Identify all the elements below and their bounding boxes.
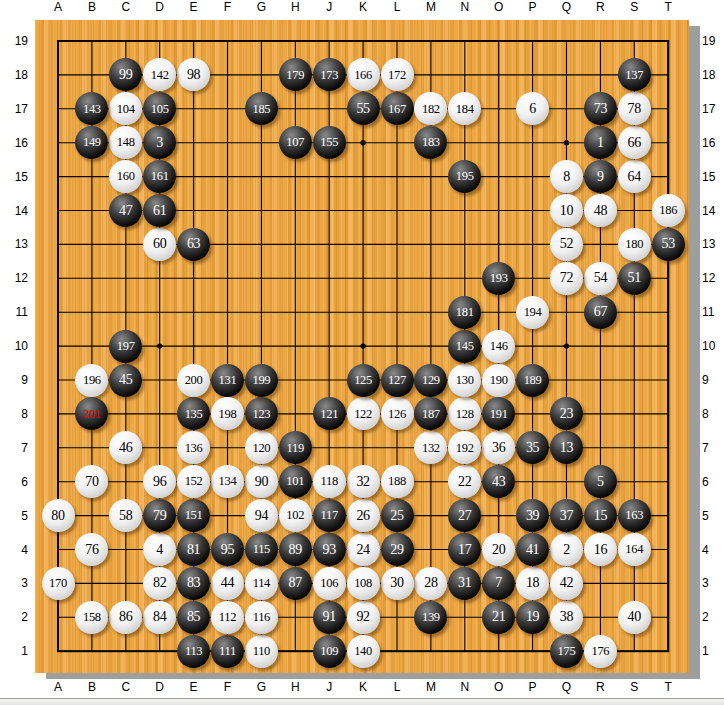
stone-J8: 121	[313, 397, 346, 430]
stone-P2: 19	[516, 601, 549, 634]
stone-number: 73	[594, 102, 607, 116]
coord-col-bottom-M: M	[420, 681, 442, 694]
coord-col-top-C: C	[115, 1, 137, 14]
stone-number: 51	[628, 271, 641, 285]
stone-E1: 113	[177, 635, 210, 668]
stone-number: 85	[187, 610, 200, 624]
coord-col-bottom-C: C	[115, 681, 137, 694]
stone-number: 197	[117, 340, 135, 353]
stone-number: 187	[422, 408, 440, 421]
stone-number: 129	[422, 374, 440, 387]
stone-number: 84	[153, 610, 166, 624]
stone-J6: 118	[313, 465, 346, 498]
stone-E3: 83	[177, 567, 210, 600]
stone-number: 92	[356, 610, 369, 624]
stone-number: 30	[390, 576, 403, 590]
stone-number: 3	[156, 136, 163, 150]
stone-number: 17	[458, 543, 471, 557]
stone-number: 198	[219, 408, 237, 421]
stone-F2: 112	[211, 601, 244, 634]
coord-col-top-G: G	[250, 1, 272, 14]
stone-number: 99	[119, 68, 132, 82]
stone-number: 13	[560, 441, 573, 455]
stone-K9: 125	[347, 364, 380, 397]
stone-number: 39	[526, 509, 539, 523]
stone-number: 155	[320, 136, 338, 149]
stone-number: 22	[458, 475, 471, 489]
stone-G9: 199	[245, 364, 278, 397]
stone-O10: 146	[482, 330, 515, 363]
stone-number: 53	[661, 237, 674, 251]
stone-number: 131	[219, 374, 237, 387]
coord-col-bottom-G: G	[250, 681, 272, 694]
stone-number: 189	[524, 374, 542, 387]
stone-number: 127	[388, 374, 406, 387]
stone-E2: 85	[177, 601, 210, 634]
stone-K17: 55	[347, 92, 380, 125]
stone-number: 90	[255, 475, 268, 489]
stone-number: 196	[83, 374, 101, 387]
stone-number: 70	[85, 475, 98, 489]
stone-K2: 92	[347, 601, 380, 634]
stone-number: 21	[492, 610, 505, 624]
stone-number: 145	[456, 340, 474, 353]
stone-number: 201	[83, 408, 101, 421]
coord-row-left-2: 2	[2, 611, 28, 624]
coord-row-left-17: 17	[2, 103, 28, 116]
stone-number: 94	[255, 509, 268, 523]
stone-number: 72	[560, 271, 573, 285]
stone-number: 67	[594, 305, 607, 319]
coord-row-right-12: 12	[702, 272, 724, 285]
stone-number: 179	[286, 69, 304, 82]
star-point-D10	[157, 343, 162, 348]
coord-row-left-13: 13	[2, 238, 28, 251]
stone-number: 123	[252, 408, 270, 421]
stone-B2: 158	[75, 601, 108, 634]
stone-L17: 167	[381, 92, 414, 125]
stone-G1: 110	[245, 635, 278, 668]
stone-A3: 170	[42, 567, 75, 600]
stone-number: 173	[320, 69, 338, 82]
stone-R4: 16	[584, 533, 617, 566]
stone-number: 42	[560, 576, 573, 590]
stone-E9: 200	[177, 364, 210, 397]
stone-F9: 131	[211, 364, 244, 397]
stone-number: 87	[289, 576, 302, 590]
coord-col-bottom-D: D	[149, 681, 171, 694]
coord-col-bottom-S: S	[623, 681, 645, 694]
stone-R15: 9	[584, 160, 617, 193]
stone-number: 83	[187, 576, 200, 590]
coord-row-right-18: 18	[702, 69, 724, 82]
stone-G3: 114	[245, 567, 278, 600]
stone-number: 82	[153, 576, 166, 590]
stone-number: 140	[354, 645, 372, 658]
stone-number: 6	[529, 102, 536, 116]
stone-number: 199	[252, 374, 270, 387]
stone-H3: 87	[279, 567, 312, 600]
stone-K5: 26	[347, 499, 380, 532]
stone-O9: 190	[482, 364, 515, 397]
stone-number: 76	[85, 543, 98, 557]
stone-R12: 54	[584, 262, 617, 295]
stone-number: 36	[492, 441, 505, 455]
stone-number: 63	[187, 237, 200, 251]
stone-number: 93	[322, 543, 335, 557]
stone-O4: 20	[482, 533, 515, 566]
stone-D2: 84	[143, 601, 176, 634]
star-point-Q10	[564, 343, 569, 348]
stone-number: 192	[456, 442, 474, 455]
stone-E4: 81	[177, 533, 210, 566]
stone-Q2: 38	[550, 601, 583, 634]
stone-A5: 80	[42, 499, 75, 532]
coord-col-top-K: K	[352, 1, 374, 14]
stone-H6: 101	[279, 465, 312, 498]
stone-G2: 116	[245, 601, 278, 634]
stone-J3: 106	[313, 567, 346, 600]
coord-row-left-7: 7	[2, 442, 28, 455]
stone-number: 176	[591, 645, 609, 658]
stone-number: 26	[356, 509, 369, 523]
coord-row-right-13: 13	[702, 238, 724, 251]
stone-number: 181	[456, 306, 474, 319]
stone-number: 195	[456, 170, 474, 183]
coord-row-right-4: 4	[702, 544, 724, 557]
stone-number: 58	[119, 509, 132, 523]
stone-number: 32	[356, 475, 369, 489]
coord-row-left-9: 9	[2, 374, 28, 387]
coord-row-left-4: 4	[2, 544, 28, 557]
stone-number: 45	[119, 373, 132, 387]
coord-row-right-11: 11	[702, 306, 724, 319]
coord-row-right-7: 7	[702, 442, 724, 455]
coord-col-bottom-B: B	[81, 681, 103, 694]
coord-row-right-3: 3	[702, 577, 724, 590]
stone-R14: 48	[584, 194, 617, 227]
stone-G4: 115	[245, 533, 278, 566]
stone-G6: 90	[245, 465, 278, 498]
stone-number: 54	[594, 271, 607, 285]
stone-G7: 120	[245, 431, 278, 464]
stone-number: 61	[153, 204, 166, 218]
stone-number: 186	[659, 204, 677, 217]
stone-J18: 173	[313, 58, 346, 91]
stone-F3: 44	[211, 567, 244, 600]
stone-number: 2	[563, 543, 570, 557]
stone-C2: 86	[109, 601, 142, 634]
coord-col-bottom-L: L	[386, 681, 408, 694]
stone-number: 47	[119, 204, 132, 218]
coord-col-bottom-H: H	[284, 681, 306, 694]
stone-number: 200	[185, 374, 203, 387]
stone-number: 28	[424, 576, 437, 590]
stone-number: 167	[388, 103, 406, 116]
stone-K4: 24	[347, 533, 380, 566]
stone-F4: 95	[211, 533, 244, 566]
stone-number: 4	[156, 543, 163, 557]
coord-col-top-L: L	[386, 1, 408, 14]
stone-number: 142	[151, 69, 169, 82]
stone-number: 43	[492, 475, 505, 489]
stone-S13: 180	[618, 228, 651, 261]
stone-L18: 172	[381, 58, 414, 91]
stone-N11: 181	[448, 296, 481, 329]
stone-number: 109	[320, 645, 338, 658]
stone-number: 8	[563, 170, 570, 184]
stone-P9: 189	[516, 364, 549, 397]
coord-col-bottom-P: P	[522, 681, 544, 694]
stone-O2: 21	[482, 601, 515, 634]
stone-number: 98	[187, 68, 200, 82]
stone-H16: 107	[279, 126, 312, 159]
stone-number: 143	[83, 103, 101, 116]
stone-H4: 89	[279, 533, 312, 566]
stone-number: 113	[185, 645, 202, 658]
coord-row-right-9: 9	[702, 374, 724, 387]
stone-number: 139	[422, 611, 440, 624]
coord-col-top-N: N	[454, 1, 476, 14]
stone-F1: 111	[211, 635, 244, 668]
coord-col-bottom-N: N	[454, 681, 476, 694]
stone-number: 128	[456, 408, 474, 421]
stone-number: 24	[356, 543, 369, 557]
go-kifu-viewer: AABBCCDDEEFFGGHHJJKKLLMMNNOOPPQQRRSSTT19…	[0, 0, 724, 705]
stone-number: 55	[356, 102, 369, 116]
stone-O3: 7	[482, 567, 515, 600]
stone-number: 149	[83, 136, 101, 149]
coord-row-left-19: 19	[2, 35, 28, 48]
stone-number: 20	[492, 543, 505, 557]
stone-R6: 5	[584, 465, 617, 498]
stone-number: 25	[390, 509, 403, 523]
coord-row-right-15: 15	[702, 171, 724, 184]
stone-number: 172	[388, 69, 406, 82]
stone-L9: 127	[381, 364, 414, 397]
stone-number: 184	[456, 103, 474, 116]
coord-col-top-B: B	[81, 1, 103, 14]
coord-col-bottom-K: K	[352, 681, 374, 694]
stone-Q3: 42	[550, 567, 583, 600]
stone-J2: 91	[313, 601, 346, 634]
stone-N9: 130	[448, 364, 481, 397]
stone-number: 148	[117, 136, 135, 149]
stone-number: 170	[49, 577, 67, 590]
coord-row-left-1: 1	[2, 645, 28, 658]
stone-K1: 140	[347, 635, 380, 668]
coord-col-bottom-O: O	[488, 681, 510, 694]
stone-R5: 15	[584, 499, 617, 532]
stone-number: 52	[560, 237, 573, 251]
stone-Q1: 175	[550, 635, 583, 668]
stone-R1: 176	[584, 635, 617, 668]
coord-col-top-T: T	[657, 1, 679, 14]
stone-number: 194	[524, 306, 542, 319]
stone-number: 96	[153, 475, 166, 489]
stone-M2: 139	[414, 601, 447, 634]
stone-S12: 51	[618, 262, 651, 295]
stone-R17: 73	[584, 92, 617, 125]
stone-number: 193	[490, 272, 508, 285]
coord-col-bottom-Q: Q	[556, 681, 578, 694]
stone-number: 163	[625, 509, 643, 522]
stone-number: 191	[490, 408, 508, 421]
stone-P11: 194	[516, 296, 549, 329]
coord-col-bottom-T: T	[657, 681, 679, 694]
stone-L4: 29	[381, 533, 414, 566]
stone-C10: 197	[109, 330, 142, 363]
coord-row-right-2: 2	[702, 611, 724, 624]
stone-number: 114	[253, 577, 270, 590]
coord-col-top-O: O	[488, 1, 510, 14]
stone-N3: 31	[448, 567, 481, 600]
coord-row-left-18: 18	[2, 69, 28, 82]
coord-col-bottom-F: F	[217, 681, 239, 694]
coord-col-bottom-A: A	[47, 681, 69, 694]
stone-number: 29	[390, 543, 403, 557]
coord-row-right-8: 8	[702, 408, 724, 421]
stone-number: 126	[388, 408, 406, 421]
stone-number: 185	[252, 103, 270, 116]
stone-T13: 53	[652, 228, 685, 261]
stone-number: 119	[287, 442, 304, 455]
stone-number: 41	[526, 543, 539, 557]
coord-row-right-16: 16	[702, 137, 724, 150]
stone-E5: 151	[177, 499, 210, 532]
stone-number: 107	[286, 136, 304, 149]
coord-row-right-5: 5	[702, 510, 724, 523]
coord-row-right-19: 19	[702, 35, 724, 48]
coord-col-top-S: S	[623, 1, 645, 14]
stone-L6: 188	[381, 465, 414, 498]
coord-row-right-17: 17	[702, 103, 724, 116]
window-bottom-bar	[0, 698, 724, 705]
stone-number: 89	[289, 543, 302, 557]
star-point-Q16	[564, 140, 569, 145]
stone-Q14: 10	[550, 194, 583, 227]
stone-J1: 109	[313, 635, 346, 668]
stone-number: 158	[83, 611, 101, 624]
coord-row-left-5: 5	[2, 510, 28, 523]
stone-M9: 129	[414, 364, 447, 397]
stone-number: 60	[153, 237, 166, 251]
stone-number: 35	[526, 441, 539, 455]
stone-number: 112	[219, 611, 236, 624]
stone-number: 16	[594, 543, 607, 557]
stone-S15: 64	[618, 160, 651, 193]
stone-Q4: 2	[550, 533, 583, 566]
stone-number: 136	[185, 442, 203, 455]
stone-D4: 4	[143, 533, 176, 566]
stone-number: 46	[119, 441, 132, 455]
stone-number: 134	[219, 475, 237, 488]
stone-number: 115	[253, 543, 270, 556]
stone-K6: 32	[347, 465, 380, 498]
stone-number: 160	[117, 170, 135, 183]
stone-T14: 186	[652, 194, 685, 227]
stone-K18: 166	[347, 58, 380, 91]
stone-number: 117	[320, 509, 337, 522]
stone-J4: 93	[313, 533, 346, 566]
stone-D13: 60	[143, 228, 176, 261]
stone-number: 10	[560, 204, 573, 218]
stone-L5: 25	[381, 499, 414, 532]
coord-row-left-14: 14	[2, 205, 28, 218]
stone-number: 64	[628, 170, 641, 184]
stone-number: 86	[119, 610, 132, 624]
coord-col-bottom-R: R	[589, 681, 611, 694]
stone-number: 95	[221, 543, 234, 557]
stone-number: 130	[456, 374, 474, 387]
coord-col-bottom-E: E	[183, 681, 205, 694]
coord-col-top-P: P	[522, 1, 544, 14]
coord-row-left-12: 12	[2, 272, 28, 285]
stone-F6: 134	[211, 465, 244, 498]
stone-number: 118	[320, 475, 337, 488]
stone-S2: 40	[618, 601, 651, 634]
stone-number: 190	[490, 374, 508, 387]
stone-S18: 137	[618, 58, 651, 91]
stone-number: 108	[354, 577, 372, 590]
stone-number: 175	[558, 645, 576, 658]
stone-H5: 102	[279, 499, 312, 532]
stone-number: 161	[151, 170, 169, 183]
stone-number: 66	[628, 136, 641, 150]
stone-number: 40	[628, 610, 641, 624]
stone-number: 81	[187, 543, 200, 557]
star-point-K10	[360, 343, 365, 348]
stone-L3: 30	[381, 567, 414, 600]
stone-number: 19	[526, 610, 539, 624]
stone-number: 135	[185, 408, 203, 421]
stone-Q12: 72	[550, 262, 583, 295]
stone-number: 183	[422, 136, 440, 149]
stone-D3: 82	[143, 567, 176, 600]
star-point-K16	[360, 140, 365, 145]
stone-number: 44	[221, 576, 234, 590]
coord-col-top-D: D	[149, 1, 171, 14]
stone-G17: 185	[245, 92, 278, 125]
stone-S5: 163	[618, 499, 651, 532]
stone-P3: 18	[516, 567, 549, 600]
stone-number: 137	[625, 69, 643, 82]
stone-number: 18	[526, 576, 539, 590]
stone-number: 164	[625, 543, 643, 556]
stone-number: 101	[286, 475, 304, 488]
stone-number: 104	[117, 103, 135, 116]
stone-number: 121	[320, 408, 338, 421]
stone-number: 9	[597, 170, 604, 184]
stone-number: 188	[388, 475, 406, 488]
stone-number: 38	[560, 610, 573, 624]
stone-P4: 41	[516, 533, 549, 566]
stone-number: 116	[253, 611, 270, 624]
stone-R16: 1	[584, 126, 617, 159]
stone-number: 78	[628, 102, 641, 116]
stone-K8: 122	[347, 397, 380, 430]
coord-row-right-10: 10	[702, 340, 724, 353]
stone-number: 79	[153, 509, 166, 523]
coord-col-top-E: E	[183, 1, 205, 14]
stone-number: 23	[560, 407, 573, 421]
coord-row-right-6: 6	[702, 476, 724, 489]
stone-number: 80	[51, 509, 64, 523]
stone-number: 15	[594, 509, 607, 523]
coord-col-bottom-J: J	[318, 681, 340, 694]
stone-number: 102	[286, 509, 304, 522]
stone-number: 106	[320, 577, 338, 590]
